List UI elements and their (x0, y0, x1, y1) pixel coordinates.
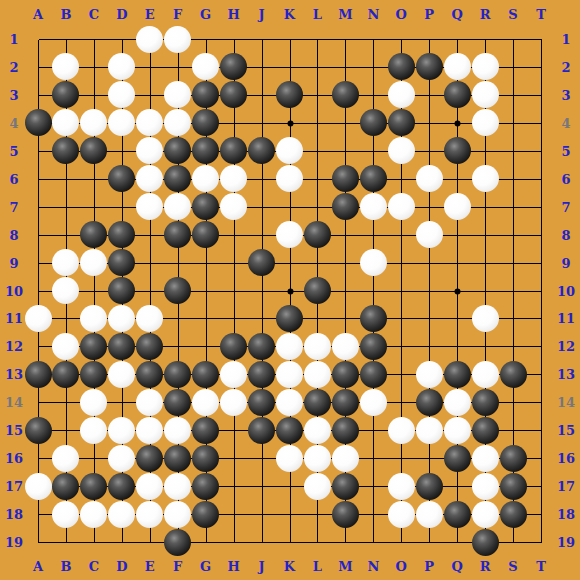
white-stone-D16 (108, 445, 135, 472)
black-stone-G17 (192, 473, 219, 500)
black-stone-L10 (304, 277, 331, 304)
black-stone-D12 (108, 333, 135, 360)
coord-label-bottom-J: J (258, 560, 264, 573)
white-stone-Q7 (444, 193, 471, 220)
coord-label-right-18: 18 (557, 508, 575, 521)
white-stone-R13 (472, 361, 499, 388)
coord-label-top-D: D (116, 8, 127, 21)
coord-label-right-12: 12 (557, 340, 575, 353)
coord-label-left-19: 19 (5, 536, 23, 549)
black-stone-N11 (360, 305, 387, 332)
coord-label-bottom-B: B (60, 560, 71, 573)
black-stone-O4 (388, 109, 415, 136)
white-stone-P13 (416, 361, 443, 388)
white-stone-O3 (388, 81, 415, 108)
white-stone-R18 (472, 501, 499, 528)
coord-label-left-9: 9 (9, 256, 18, 269)
white-stone-O15 (388, 417, 415, 444)
coord-label-top-O: O (396, 8, 407, 21)
white-stone-E11 (136, 305, 163, 332)
coord-label-bottom-G: G (200, 560, 211, 573)
coord-label-right-16: 16 (557, 452, 575, 465)
white-stone-M12 (332, 333, 359, 360)
goban[interactable]: AABBCCDDEEFFGGHHJJKKLLMMNNOOPPQQRRSSTT11… (0, 0, 580, 580)
white-stone-K8 (276, 221, 303, 248)
white-stone-D13 (108, 361, 135, 388)
coord-label-top-E: E (145, 8, 155, 21)
black-stone-E13 (136, 361, 163, 388)
white-stone-E18 (136, 501, 163, 528)
coord-label-right-4: 4 (561, 116, 570, 129)
white-stone-C14 (80, 389, 107, 416)
white-stone-P18 (416, 501, 443, 528)
black-stone-D17 (108, 473, 135, 500)
black-stone-Q16 (444, 445, 471, 472)
black-stone-M7 (332, 193, 359, 220)
coord-label-bottom-A: A (33, 560, 43, 573)
white-stone-L16 (304, 445, 331, 472)
white-stone-K13 (276, 361, 303, 388)
coord-label-top-H: H (227, 8, 239, 21)
white-stone-L12 (304, 333, 331, 360)
coord-label-bottom-C: C (89, 560, 99, 573)
white-stone-R17 (472, 473, 499, 500)
black-stone-F14 (164, 389, 191, 416)
black-stone-F19 (164, 529, 191, 556)
black-stone-G18 (192, 501, 219, 528)
black-stone-F13 (164, 361, 191, 388)
white-stone-F15 (164, 417, 191, 444)
coord-label-right-19: 19 (557, 536, 575, 549)
coord-label-right-14: 14 (557, 396, 575, 409)
black-stone-N4 (360, 109, 387, 136)
white-stone-L17 (304, 473, 331, 500)
star-point-Q10 (455, 289, 461, 295)
coord-label-left-13: 13 (5, 368, 23, 381)
black-stone-K11 (276, 305, 303, 332)
coord-label-top-P: P (424, 8, 434, 21)
white-stone-F17 (164, 473, 191, 500)
coord-label-top-R: R (480, 8, 491, 21)
black-stone-J14 (248, 389, 275, 416)
coord-label-right-17: 17 (557, 480, 575, 493)
coord-label-left-2: 2 (9, 60, 18, 73)
black-stone-N12 (360, 333, 387, 360)
white-stone-C15 (80, 417, 107, 444)
coord-label-top-B: B (60, 8, 71, 21)
white-stone-M16 (332, 445, 359, 472)
white-stone-E17 (136, 473, 163, 500)
black-stone-M18 (332, 501, 359, 528)
coord-label-left-3: 3 (9, 88, 18, 101)
star-point-Q4 (455, 121, 461, 127)
white-stone-H14 (220, 389, 247, 416)
black-stone-O2 (388, 53, 415, 80)
black-stone-Q13 (444, 361, 471, 388)
black-stone-G13 (192, 361, 219, 388)
coord-label-top-T: T (536, 8, 546, 21)
coord-label-top-M: M (338, 8, 352, 21)
white-stone-P15 (416, 417, 443, 444)
black-stone-A15 (25, 417, 52, 444)
coord-label-top-L: L (313, 8, 322, 21)
coord-label-top-Q: Q (451, 8, 462, 21)
coord-label-top-F: F (173, 8, 182, 21)
coord-label-left-7: 7 (9, 200, 18, 213)
coord-label-left-18: 18 (5, 508, 23, 521)
black-stone-A4 (25, 109, 52, 136)
coord-label-right-3: 3 (561, 88, 570, 101)
coord-label-top-N: N (367, 8, 379, 21)
white-stone-B18 (52, 501, 79, 528)
coord-label-left-12: 12 (5, 340, 23, 353)
coord-label-bottom-H: H (227, 560, 239, 573)
coord-label-bottom-D: D (116, 560, 127, 573)
white-stone-G14 (192, 389, 219, 416)
white-stone-K12 (276, 333, 303, 360)
white-stone-O7 (388, 193, 415, 220)
coord-label-top-G: G (200, 8, 211, 21)
coord-label-right-6: 6 (561, 172, 570, 185)
coord-label-left-15: 15 (5, 424, 23, 437)
white-stone-E15 (136, 417, 163, 444)
white-stone-O18 (388, 501, 415, 528)
white-stone-R16 (472, 445, 499, 472)
white-stone-L15 (304, 417, 331, 444)
coord-label-left-4: 4 (9, 116, 18, 129)
black-stone-C13 (80, 361, 107, 388)
black-stone-Q3 (444, 81, 471, 108)
black-stone-R15 (472, 417, 499, 444)
star-point-K10 (288, 289, 294, 295)
coord-label-right-7: 7 (561, 200, 570, 213)
white-stone-A17 (25, 473, 52, 500)
coord-label-right-8: 8 (561, 228, 570, 241)
coord-label-right-9: 9 (561, 256, 570, 269)
coord-label-bottom-O: O (396, 560, 407, 573)
coord-label-top-S: S (508, 8, 517, 21)
white-stone-P8 (416, 221, 443, 248)
star-point-K4 (288, 121, 294, 127)
white-stone-F1 (164, 26, 191, 53)
black-stone-H12 (220, 333, 247, 360)
coord-label-bottom-Q: Q (451, 560, 462, 573)
coord-label-bottom-E: E (145, 560, 155, 573)
coord-label-top-A: A (33, 8, 43, 21)
coord-label-bottom-L: L (313, 560, 322, 573)
white-stone-K16 (276, 445, 303, 472)
coord-label-left-14: 14 (5, 396, 23, 409)
black-stone-S18 (500, 501, 527, 528)
black-stone-F16 (164, 445, 191, 472)
coord-label-bottom-R: R (480, 560, 491, 573)
white-stone-N7 (360, 193, 387, 220)
black-stone-S17 (500, 473, 527, 500)
black-stone-C17 (80, 473, 107, 500)
black-stone-N13 (360, 361, 387, 388)
coord-label-top-K: K (284, 8, 295, 21)
black-stone-G15 (192, 417, 219, 444)
coord-label-right-10: 10 (557, 284, 575, 297)
coord-label-left-8: 8 (9, 228, 18, 241)
black-stone-S13 (500, 361, 527, 388)
black-stone-J13 (248, 361, 275, 388)
black-stone-M6 (332, 165, 359, 192)
white-stone-N9 (360, 249, 387, 276)
white-stone-H13 (220, 361, 247, 388)
coord-label-left-10: 10 (5, 284, 23, 297)
black-stone-L8 (304, 221, 331, 248)
black-stone-P14 (416, 389, 443, 416)
black-stone-J12 (248, 333, 275, 360)
black-stone-K15 (276, 417, 303, 444)
coord-label-top-J: J (258, 8, 264, 21)
white-stone-R6 (472, 165, 499, 192)
black-stone-M17 (332, 473, 359, 500)
black-stone-G16 (192, 445, 219, 472)
white-stone-C18 (80, 501, 107, 528)
coord-label-left-17: 17 (5, 480, 23, 493)
coord-label-left-16: 16 (5, 452, 23, 465)
black-stone-L14 (304, 389, 331, 416)
black-stone-E12 (136, 333, 163, 360)
black-stone-M14 (332, 389, 359, 416)
black-stone-S16 (500, 445, 527, 472)
coord-label-bottom-S: S (508, 560, 517, 573)
coord-label-right-5: 5 (561, 144, 570, 157)
black-stone-N6 (360, 165, 387, 192)
white-stone-E1 (136, 26, 163, 53)
white-stone-Q15 (444, 417, 471, 444)
coord-label-right-11: 11 (557, 312, 575, 325)
black-stone-Q5 (444, 137, 471, 164)
white-stone-N14 (360, 389, 387, 416)
white-stone-Q2 (444, 53, 471, 80)
coord-label-right-1: 1 (561, 33, 570, 46)
white-stone-R4 (472, 109, 499, 136)
white-stone-D18 (108, 501, 135, 528)
black-stone-A13 (25, 361, 52, 388)
black-stone-E16 (136, 445, 163, 472)
coord-label-top-C: C (89, 8, 99, 21)
coord-label-bottom-P: P (424, 560, 434, 573)
coord-label-bottom-F: F (173, 560, 182, 573)
white-stone-R3 (472, 81, 499, 108)
white-stone-O17 (388, 473, 415, 500)
white-stone-R11 (472, 305, 499, 332)
white-stone-O5 (388, 137, 415, 164)
coord-label-bottom-M: M (338, 560, 352, 573)
white-stone-L13 (304, 361, 331, 388)
black-stone-J9 (248, 249, 275, 276)
coord-label-left-6: 6 (9, 172, 18, 185)
black-stone-P2 (416, 53, 443, 80)
black-stone-P17 (416, 473, 443, 500)
coord-label-right-13: 13 (557, 368, 575, 381)
coord-label-right-15: 15 (557, 424, 575, 437)
black-stone-B17 (52, 473, 79, 500)
white-stone-K14 (276, 389, 303, 416)
coord-label-left-11: 11 (5, 312, 23, 325)
white-stone-E14 (136, 389, 163, 416)
black-stone-M15 (332, 417, 359, 444)
black-stone-R19 (472, 529, 499, 556)
white-stone-A11 (25, 305, 52, 332)
white-stone-D15 (108, 417, 135, 444)
white-stone-F18 (164, 501, 191, 528)
black-stone-J15 (248, 417, 275, 444)
coord-label-bottom-T: T (536, 560, 546, 573)
white-stone-Q14 (444, 389, 471, 416)
black-stone-Q18 (444, 501, 471, 528)
coord-label-bottom-N: N (367, 560, 379, 573)
black-stone-R14 (472, 389, 499, 416)
black-stone-M13 (332, 361, 359, 388)
coord-label-left-5: 5 (9, 144, 18, 157)
coord-label-right-2: 2 (561, 60, 570, 73)
white-stone-P6 (416, 165, 443, 192)
white-stone-R2 (472, 53, 499, 80)
white-stone-B16 (52, 445, 79, 472)
coord-label-left-1: 1 (9, 33, 18, 46)
coord-label-bottom-K: K (284, 560, 295, 573)
